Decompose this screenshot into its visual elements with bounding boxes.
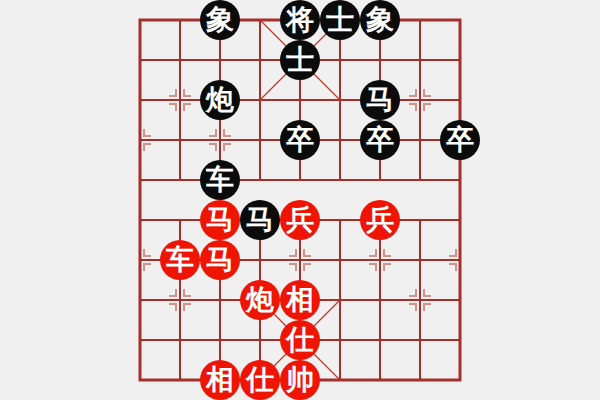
piece-red-elephant[interactable]: 相	[280, 280, 320, 320]
piece-red-general[interactable]: 帅	[280, 360, 320, 400]
piece-black-horse[interactable]: 马	[240, 200, 280, 240]
piece-red-horse[interactable]: 马	[200, 200, 240, 240]
piece-red-advisor[interactable]: 仕	[280, 320, 320, 360]
piece-black-general[interactable]: 将	[280, 0, 320, 40]
piece-red-cannon[interactable]: 炮	[240, 280, 280, 320]
piece-black-soldier[interactable]: 卒	[280, 120, 320, 160]
piece-red-horse[interactable]: 马	[200, 240, 240, 280]
piece-red-advisor[interactable]: 仕	[240, 360, 280, 400]
piece-black-soldier[interactable]: 卒	[440, 120, 480, 160]
piece-black-elephant[interactable]: 象	[200, 0, 240, 40]
piece-red-elephant[interactable]: 相	[200, 360, 240, 400]
xiangqi-board: 象将士象士炮马卒卒卒车马马兵兵车马炮相仕相仕帅	[0, 0, 600, 400]
piece-red-soldier[interactable]: 兵	[360, 200, 400, 240]
piece-red-chariot[interactable]: 车	[160, 240, 200, 280]
piece-red-soldier[interactable]: 兵	[280, 200, 320, 240]
piece-black-chariot[interactable]: 车	[200, 160, 240, 200]
piece-black-horse[interactable]: 马	[360, 80, 400, 120]
piece-black-soldier[interactable]: 卒	[360, 120, 400, 160]
piece-black-advisor[interactable]: 士	[280, 40, 320, 80]
pieces-layer: 象将士象士炮马卒卒卒车马马兵兵车马炮相仕相仕帅	[0, 0, 600, 400]
piece-black-advisor[interactable]: 士	[320, 0, 360, 40]
piece-black-cannon[interactable]: 炮	[200, 80, 240, 120]
piece-black-elephant[interactable]: 象	[360, 0, 400, 40]
